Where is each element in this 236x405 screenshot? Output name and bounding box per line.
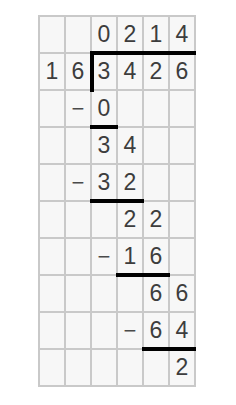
cell-r9-c5: 6 — [144, 313, 168, 348]
cell-r2-c1: 1 — [40, 54, 64, 89]
cell-r3-c5 — [144, 91, 168, 126]
cell-r5-c4: 2 — [118, 165, 142, 200]
cell-r8-c1 — [40, 276, 64, 311]
cell-r10-c6: 2 — [170, 350, 194, 385]
cell-r6-c3 — [92, 202, 116, 237]
cell-r8-c2 — [66, 276, 90, 311]
cell-r7-c1 — [40, 239, 64, 274]
cell-r6-c6 — [170, 202, 194, 237]
cell-r4-c4: 4 — [118, 128, 142, 163]
cell-r5-c3: 3 — [92, 165, 116, 200]
cell-r7-c3: − — [92, 239, 116, 274]
cell-r5-c6 — [170, 165, 194, 200]
cell-r2-c3: 3 — [92, 54, 116, 89]
cell-r8-c6: 6 — [170, 276, 194, 311]
cell-r4-c5 — [144, 128, 168, 163]
cell-r6-c1 — [40, 202, 64, 237]
cell-r5-c2: − — [66, 165, 90, 200]
cell-r2-c5: 2 — [144, 54, 168, 89]
cell-r5-c5 — [144, 165, 168, 200]
cell-r3-c6 — [170, 91, 194, 126]
cell-r1-c3: 0 — [92, 17, 116, 52]
division-bracket — [90, 51, 94, 92]
cell-r3-c3: 0 — [92, 91, 116, 126]
cell-r10-c1 — [40, 350, 64, 385]
cell-r1-c6: 4 — [170, 17, 194, 52]
cell-r2-c4: 4 — [118, 54, 142, 89]
cell-r2-c2: 6 — [66, 54, 90, 89]
cell-r5-c1 — [40, 165, 64, 200]
cell-r7-c4: 1 — [118, 239, 142, 274]
cell-r7-c6 — [170, 239, 194, 274]
cell-r4-c1 — [40, 128, 64, 163]
cell-r7-c2 — [66, 239, 90, 274]
subtraction-rule-2 — [90, 199, 144, 203]
cell-r10-c4 — [118, 350, 142, 385]
cell-r8-c4 — [118, 276, 142, 311]
cell-r7-c5: 6 — [144, 239, 168, 274]
cell-r9-c4: − — [118, 313, 142, 348]
cell-r6-c4: 2 — [118, 202, 142, 237]
cell-r8-c3 — [92, 276, 116, 311]
cell-r4-c2 — [66, 128, 90, 163]
subtraction-rule-4 — [142, 347, 196, 351]
cell-r10-c3 — [92, 350, 116, 385]
cell-r3-c1 — [40, 91, 64, 126]
subtraction-rule-1 — [90, 125, 118, 129]
cell-r1-c5: 1 — [144, 17, 168, 52]
cell-r9-c1 — [40, 313, 64, 348]
division-board-wrap: 0214163426−034−3222−1666−642 — [38, 15, 196, 387]
cell-r2-c6: 6 — [170, 54, 194, 89]
subtraction-rule-3 — [116, 273, 170, 277]
cell-r9-c3 — [92, 313, 116, 348]
cell-r4-c6 — [170, 128, 194, 163]
cell-r6-c2 — [66, 202, 90, 237]
cell-r1-c2 — [66, 17, 90, 52]
cell-r6-c5: 2 — [144, 202, 168, 237]
cell-r1-c4: 2 — [118, 17, 142, 52]
cell-r8-c5: 6 — [144, 276, 168, 311]
cell-r10-c2 — [66, 350, 90, 385]
cell-r3-c2: − — [66, 91, 90, 126]
cell-r1-c1 — [40, 17, 64, 52]
cell-r9-c6: 4 — [170, 313, 194, 348]
cell-r10-c5 — [144, 350, 168, 385]
cell-r4-c3: 3 — [92, 128, 116, 163]
cell-r9-c2 — [66, 313, 90, 348]
division-bar — [90, 51, 196, 55]
long-division-diagram: 0214163426−034−3222−1666−642 — [0, 0, 236, 405]
cell-r3-c4 — [118, 91, 142, 126]
